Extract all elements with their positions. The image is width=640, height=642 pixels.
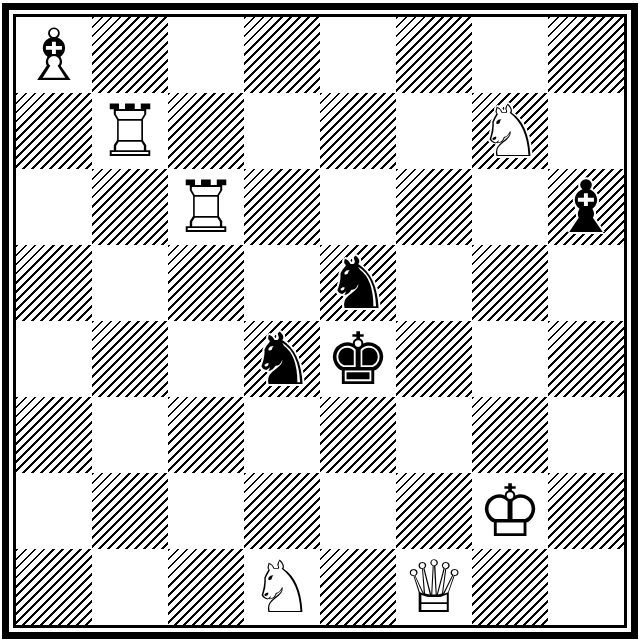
square-d1[interactable]: ♞♘	[244, 549, 320, 625]
chess-diagram-page: ♝♗♜♖♞♘♜♖♝♝♞♞♞♞♚♚♚♔♞♘♛♕	[0, 0, 640, 642]
piece-black-knight[interactable]: ♞♞	[244, 321, 320, 397]
square-h8[interactable]	[548, 17, 624, 93]
square-e7[interactable]	[320, 93, 396, 169]
square-c3[interactable]	[168, 397, 244, 473]
square-b3[interactable]	[92, 397, 168, 473]
board-inner-border: ♝♗♜♖♞♘♜♖♝♝♞♞♞♞♚♚♚♔♞♘♛♕	[13, 14, 627, 628]
piece-white-knight[interactable]: ♞♘	[244, 549, 320, 625]
white-rook-glyph: ♖	[92, 93, 168, 169]
square-c8[interactable]	[168, 17, 244, 93]
square-f7[interactable]	[396, 93, 472, 169]
square-f5[interactable]	[396, 245, 472, 321]
square-b5[interactable]	[92, 245, 168, 321]
square-g5[interactable]	[472, 245, 548, 321]
square-b7[interactable]: ♜♖	[92, 93, 168, 169]
square-b4[interactable]	[92, 321, 168, 397]
chess-board[interactable]: ♝♗♜♖♞♘♜♖♝♝♞♞♞♞♚♚♚♔♞♘♛♕	[16, 17, 624, 625]
square-e3[interactable]	[320, 397, 396, 473]
square-a2[interactable]	[16, 473, 92, 549]
square-a7[interactable]	[16, 93, 92, 169]
square-c1[interactable]	[168, 549, 244, 625]
square-a8[interactable]: ♝♗	[16, 17, 92, 93]
square-a4[interactable]	[16, 321, 92, 397]
square-e6[interactable]	[320, 169, 396, 245]
square-h6[interactable]: ♝♝	[548, 169, 624, 245]
board-outer-border: ♝♗♜♖♞♘♜♖♝♝♞♞♞♞♚♚♚♔♞♘♛♕	[2, 3, 638, 639]
square-c4[interactable]	[168, 321, 244, 397]
square-g8[interactable]	[472, 17, 548, 93]
square-e1[interactable]	[320, 549, 396, 625]
square-f1[interactable]: ♛♕	[396, 549, 472, 625]
square-a6[interactable]	[16, 169, 92, 245]
black-bishop-glyph: ♝	[548, 169, 624, 245]
square-f4[interactable]	[396, 321, 472, 397]
white-queen-glyph: ♕	[396, 549, 472, 625]
square-h4[interactable]	[548, 321, 624, 397]
black-knight-glyph: ♞	[320, 245, 396, 321]
square-d4[interactable]: ♞♞	[244, 321, 320, 397]
piece-white-king[interactable]: ♚♔	[472, 473, 548, 549]
black-knight-glyph: ♞	[244, 321, 320, 397]
square-c5[interactable]	[168, 245, 244, 321]
piece-white-bishop[interactable]: ♝♗	[16, 17, 92, 93]
square-h1[interactable]	[548, 549, 624, 625]
white-bishop-glyph: ♗	[16, 17, 92, 93]
piece-white-queen[interactable]: ♛♕	[396, 549, 472, 625]
square-f6[interactable]	[396, 169, 472, 245]
square-g6[interactable]	[472, 169, 548, 245]
square-d8[interactable]	[244, 17, 320, 93]
square-g2[interactable]: ♚♔	[472, 473, 548, 549]
square-b8[interactable]	[92, 17, 168, 93]
piece-black-king[interactable]: ♚♚	[320, 321, 396, 397]
square-g3[interactable]	[472, 397, 548, 473]
square-g1[interactable]	[472, 549, 548, 625]
square-d7[interactable]	[244, 93, 320, 169]
square-a3[interactable]	[16, 397, 92, 473]
white-knight-glyph: ♘	[244, 549, 320, 625]
square-g4[interactable]	[472, 321, 548, 397]
square-c2[interactable]	[168, 473, 244, 549]
square-h7[interactable]	[548, 93, 624, 169]
square-c6[interactable]: ♜♖	[168, 169, 244, 245]
square-b2[interactable]	[92, 473, 168, 549]
square-d3[interactable]	[244, 397, 320, 473]
square-b1[interactable]	[92, 549, 168, 625]
square-a5[interactable]	[16, 245, 92, 321]
piece-black-bishop[interactable]: ♝♝	[548, 169, 624, 245]
square-d6[interactable]	[244, 169, 320, 245]
black-king-glyph: ♚	[320, 321, 396, 397]
square-h3[interactable]	[548, 397, 624, 473]
piece-black-knight[interactable]: ♞♞	[320, 245, 396, 321]
square-d5[interactable]	[244, 245, 320, 321]
piece-white-rook[interactable]: ♜♖	[168, 169, 244, 245]
square-b6[interactable]	[92, 169, 168, 245]
piece-white-rook[interactable]: ♜♖	[92, 93, 168, 169]
piece-white-knight[interactable]: ♞♘	[472, 93, 548, 169]
square-e5[interactable]: ♞♞	[320, 245, 396, 321]
square-e4[interactable]: ♚♚	[320, 321, 396, 397]
square-f2[interactable]	[396, 473, 472, 549]
square-e8[interactable]	[320, 17, 396, 93]
square-e2[interactable]	[320, 473, 396, 549]
square-a1[interactable]	[16, 549, 92, 625]
white-king-glyph: ♔	[472, 473, 548, 549]
square-c7[interactable]	[168, 93, 244, 169]
square-g7[interactable]: ♞♘	[472, 93, 548, 169]
square-h5[interactable]	[548, 245, 624, 321]
square-d2[interactable]	[244, 473, 320, 549]
square-f8[interactable]	[396, 17, 472, 93]
square-f3[interactable]	[396, 397, 472, 473]
white-knight-glyph: ♘	[472, 93, 548, 169]
white-rook-glyph: ♖	[168, 169, 244, 245]
square-h2[interactable]	[548, 473, 624, 549]
